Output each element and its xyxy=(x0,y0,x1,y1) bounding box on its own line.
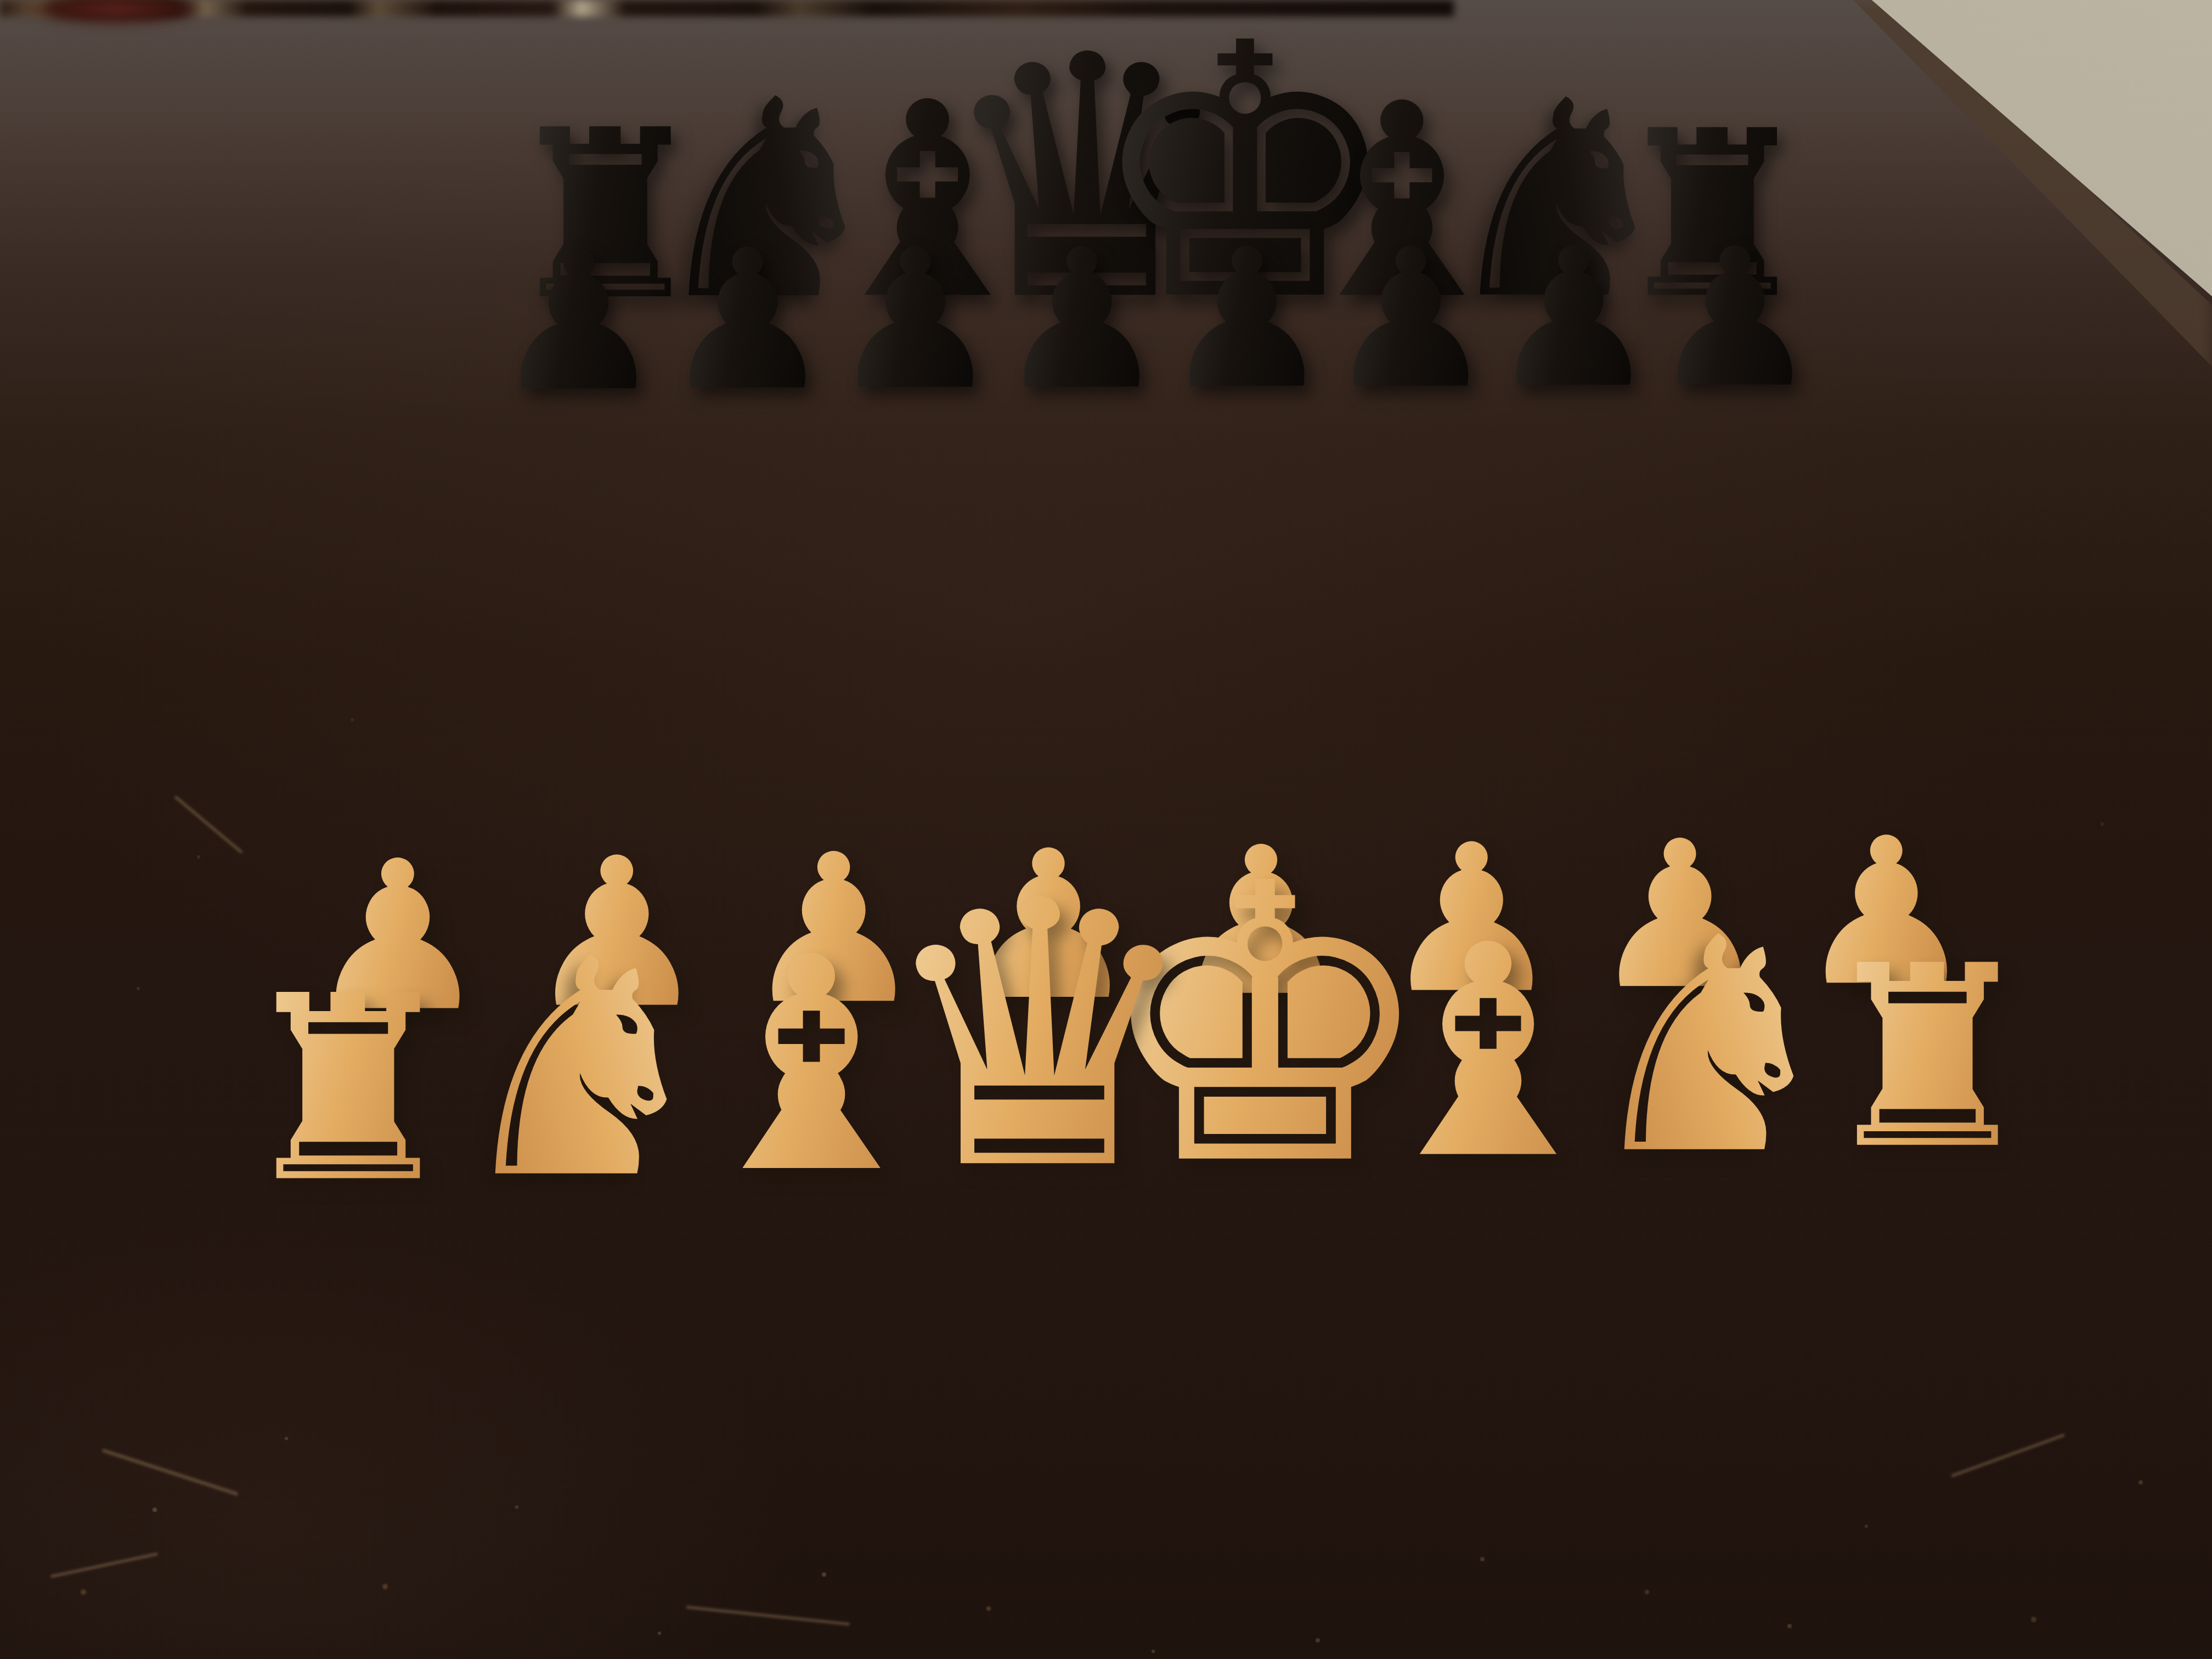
piece-black-pawn-g7[interactable]: ♟ xyxy=(1488,223,1659,414)
piece-black-pawn-a7[interactable]: ♟ xyxy=(492,224,665,417)
piece-black-pawn-d7[interactable]: ♟ xyxy=(996,224,1168,416)
piece-white-rook-a1[interactable]: ♜ xyxy=(234,963,462,1218)
chair-blur xyxy=(22,0,208,25)
piece-white-bishop-c1[interactable]: ♝ xyxy=(680,919,944,1214)
piece-black-pawn-e7[interactable]: ♟ xyxy=(1161,224,1333,416)
piece-black-pawn-c7[interactable]: ♟ xyxy=(829,224,1002,416)
piece-black-pawn-f7[interactable]: ♟ xyxy=(1325,223,1497,415)
piece-white-rook-h1[interactable]: ♜ xyxy=(1815,933,2040,1183)
piece-black-pawn-h7[interactable]: ♟ xyxy=(1650,223,1821,414)
piece-black-pawn-b7[interactable]: ♟ xyxy=(661,224,834,417)
table-scuff-specks xyxy=(0,0,2,2)
piece-white-knight-b1[interactable]: ♞ xyxy=(447,920,715,1220)
